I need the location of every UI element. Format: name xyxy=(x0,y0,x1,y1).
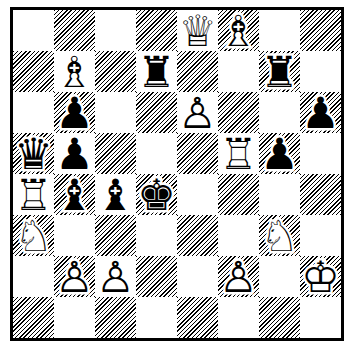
piece-glyph: ♛ xyxy=(14,133,53,176)
piece-glyph: ♕ xyxy=(178,10,217,53)
square-e3[interactable] xyxy=(177,215,218,256)
piece-glyph: ♖ xyxy=(219,133,258,176)
piece-halo: ♟ xyxy=(260,133,299,176)
piece-glyph: ♙ xyxy=(178,92,217,135)
square-e7[interactable] xyxy=(177,51,218,92)
piece-halo: ♚ xyxy=(137,174,176,217)
piece-glyph: ♘ xyxy=(14,215,53,258)
piece-white-knight[interactable]: ♞♘ xyxy=(259,215,300,256)
piece-glyph: ♚ xyxy=(137,174,176,217)
piece-black-rook[interactable]: ♜♜ xyxy=(259,51,300,92)
chess-diagram-page: ♛♕♝♗♝♗♜♜♜♜♟♟♟♙♟♟♛♛♟♟♜♖♟♟♜♖♝♝♝♝♚♚♞♘♞♘♟♙♟♙… xyxy=(0,0,350,350)
square-c7[interactable] xyxy=(95,51,136,92)
square-e5[interactable] xyxy=(177,133,218,174)
piece-halo: ♜ xyxy=(219,133,258,176)
piece-white-pawn[interactable]: ♟♙ xyxy=(218,256,259,297)
piece-halo: ♝ xyxy=(96,174,135,217)
square-d4[interactable]: ♚♚ xyxy=(136,174,177,215)
piece-glyph: ♟ xyxy=(260,133,299,176)
piece-white-knight[interactable]: ♞♘ xyxy=(13,215,54,256)
piece-glyph: ♘ xyxy=(260,215,299,258)
square-b7[interactable]: ♝♗ xyxy=(54,51,95,92)
square-a6[interactable] xyxy=(13,92,54,133)
square-f3[interactable] xyxy=(218,215,259,256)
piece-glyph: ♜ xyxy=(137,51,176,94)
square-f5[interactable]: ♜♖ xyxy=(218,133,259,174)
square-e6[interactable]: ♟♙ xyxy=(177,92,218,133)
square-c4[interactable]: ♝♝ xyxy=(95,174,136,215)
piece-black-pawn[interactable]: ♟♟ xyxy=(259,133,300,174)
piece-halo: ♝ xyxy=(219,10,258,53)
square-a2[interactable] xyxy=(13,256,54,297)
square-a5[interactable]: ♛♛ xyxy=(13,133,54,174)
square-h1[interactable] xyxy=(300,297,341,338)
square-f8[interactable]: ♝♗ xyxy=(218,10,259,51)
square-c3[interactable] xyxy=(95,215,136,256)
square-c5[interactable] xyxy=(95,133,136,174)
square-g4[interactable] xyxy=(259,174,300,215)
square-h5[interactable] xyxy=(300,133,341,174)
square-g2[interactable] xyxy=(259,256,300,297)
square-b2[interactable]: ♟♙ xyxy=(54,256,95,297)
square-a8[interactable] xyxy=(13,10,54,51)
square-e1[interactable] xyxy=(177,297,218,338)
square-e2[interactable] xyxy=(177,256,218,297)
square-g7[interactable]: ♜♜ xyxy=(259,51,300,92)
piece-halo: ♟ xyxy=(96,256,135,299)
piece-glyph: ♝ xyxy=(55,174,94,217)
square-b5[interactable]: ♟♟ xyxy=(54,133,95,174)
square-d5[interactable] xyxy=(136,133,177,174)
piece-white-rook[interactable]: ♜♖ xyxy=(13,174,54,215)
piece-black-pawn[interactable]: ♟♟ xyxy=(300,92,341,133)
square-h6[interactable]: ♟♟ xyxy=(300,92,341,133)
square-g3[interactable]: ♞♘ xyxy=(259,215,300,256)
square-a1[interactable] xyxy=(13,297,54,338)
square-h7[interactable] xyxy=(300,51,341,92)
square-f2[interactable]: ♟♙ xyxy=(218,256,259,297)
piece-halo: ♜ xyxy=(137,51,176,94)
square-a4[interactable]: ♜♖ xyxy=(13,174,54,215)
piece-black-pawn[interactable]: ♟♟ xyxy=(54,92,95,133)
piece-halo: ♞ xyxy=(14,215,53,258)
square-f4[interactable] xyxy=(218,174,259,215)
square-f6[interactable] xyxy=(218,92,259,133)
square-e8[interactable]: ♛♕ xyxy=(177,10,218,51)
piece-glyph: ♟ xyxy=(55,133,94,176)
piece-glyph: ♖ xyxy=(14,174,53,217)
square-d2[interactable] xyxy=(136,256,177,297)
square-h8[interactable] xyxy=(300,10,341,51)
square-a7[interactable] xyxy=(13,51,54,92)
piece-halo: ♟ xyxy=(55,92,94,135)
piece-halo: ♜ xyxy=(14,174,53,217)
piece-halo: ♝ xyxy=(55,51,94,94)
square-b1[interactable] xyxy=(54,297,95,338)
square-b8[interactable] xyxy=(54,10,95,51)
square-g6[interactable] xyxy=(259,92,300,133)
piece-glyph: ♙ xyxy=(219,256,258,299)
square-c1[interactable] xyxy=(95,297,136,338)
piece-white-pawn[interactable]: ♟♙ xyxy=(95,256,136,297)
square-h4[interactable] xyxy=(300,174,341,215)
square-c6[interactable] xyxy=(95,92,136,133)
piece-black-queen[interactable]: ♛♛ xyxy=(13,133,54,174)
piece-glyph: ♜ xyxy=(260,51,299,94)
piece-black-bishop[interactable]: ♝♝ xyxy=(54,174,95,215)
piece-white-queen[interactable]: ♛♕ xyxy=(177,10,218,51)
piece-glyph: ♟ xyxy=(55,92,94,135)
piece-black-king[interactable]: ♚♚ xyxy=(136,174,177,215)
square-h2[interactable]: ♚♔ xyxy=(300,256,341,297)
piece-white-bishop[interactable]: ♝♗ xyxy=(218,10,259,51)
piece-halo: ♞ xyxy=(260,215,299,258)
square-c2[interactable]: ♟♙ xyxy=(95,256,136,297)
piece-halo: ♚ xyxy=(301,256,340,299)
piece-white-pawn[interactable]: ♟♙ xyxy=(54,256,95,297)
chess-board: ♛♕♝♗♝♗♜♜♜♜♟♟♟♙♟♟♛♛♟♟♜♖♟♟♜♖♝♝♝♝♚♚♞♘♞♘♟♙♟♙… xyxy=(13,10,341,338)
piece-halo: ♝ xyxy=(55,174,94,217)
piece-white-pawn[interactable]: ♟♙ xyxy=(177,92,218,133)
piece-glyph: ♙ xyxy=(96,256,135,299)
square-d8[interactable] xyxy=(136,10,177,51)
piece-glyph: ♙ xyxy=(55,256,94,299)
piece-halo: ♛ xyxy=(178,10,217,53)
square-c8[interactable] xyxy=(95,10,136,51)
square-f1[interactable] xyxy=(218,297,259,338)
square-g1[interactable] xyxy=(259,297,300,338)
piece-halo: ♟ xyxy=(55,133,94,176)
square-h3[interactable] xyxy=(300,215,341,256)
piece-halo: ♟ xyxy=(178,92,217,135)
square-d6[interactable] xyxy=(136,92,177,133)
piece-white-rook[interactable]: ♜♖ xyxy=(218,133,259,174)
square-d3[interactable] xyxy=(136,215,177,256)
piece-glyph: ♗ xyxy=(219,10,258,53)
square-a3[interactable]: ♞♘ xyxy=(13,215,54,256)
piece-glyph: ♝ xyxy=(96,174,135,217)
square-b4[interactable]: ♝♝ xyxy=(54,174,95,215)
square-e4[interactable] xyxy=(177,174,218,215)
piece-halo: ♜ xyxy=(260,51,299,94)
piece-glyph: ♔ xyxy=(301,256,340,299)
square-g8[interactable] xyxy=(259,10,300,51)
piece-glyph: ♗ xyxy=(55,51,94,94)
piece-black-pawn[interactable]: ♟♟ xyxy=(54,133,95,174)
piece-halo: ♟ xyxy=(55,256,94,299)
square-g5[interactable]: ♟♟ xyxy=(259,133,300,174)
piece-glyph: ♟ xyxy=(301,92,340,135)
piece-halo: ♟ xyxy=(301,92,340,135)
piece-black-bishop[interactable]: ♝♝ xyxy=(95,174,136,215)
piece-black-rook[interactable]: ♜♜ xyxy=(136,51,177,92)
piece-white-king[interactable]: ♚♔ xyxy=(300,256,341,297)
square-b6[interactable]: ♟♟ xyxy=(54,92,95,133)
square-b3[interactable] xyxy=(54,215,95,256)
square-f7[interactable] xyxy=(218,51,259,92)
square-d1[interactable] xyxy=(136,297,177,338)
piece-halo: ♟ xyxy=(219,256,258,299)
piece-white-bishop[interactable]: ♝♗ xyxy=(54,51,95,92)
board-frame: ♛♕♝♗♝♗♜♜♜♜♟♟♟♙♟♟♛♛♟♟♜♖♟♟♜♖♝♝♝♝♚♚♞♘♞♘♟♙♟♙… xyxy=(10,7,344,341)
piece-halo: ♛ xyxy=(14,133,53,176)
square-d7[interactable]: ♜♜ xyxy=(136,51,177,92)
